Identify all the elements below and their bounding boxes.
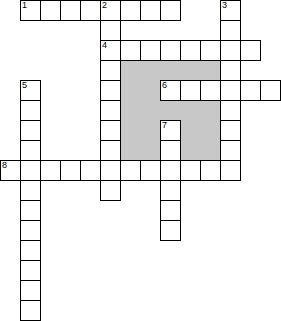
shaded-block (120, 80, 141, 101)
grid-cell[interactable] (20, 180, 41, 201)
shaded-block (180, 120, 201, 141)
grid-cell[interactable] (160, 180, 181, 201)
grid-cell[interactable] (120, 160, 141, 181)
grid-cell[interactable] (100, 120, 121, 141)
grid-cell[interactable] (240, 80, 261, 101)
shaded-block (140, 80, 161, 101)
grid-cell[interactable] (100, 100, 121, 121)
grid-cell[interactable] (180, 80, 201, 101)
grid-cell[interactable] (20, 260, 41, 281)
grid-cell[interactable] (80, 160, 101, 181)
grid-cell[interactable] (120, 0, 141, 21)
shaded-block (120, 120, 141, 141)
grid-cell[interactable] (40, 160, 61, 181)
grid-cell[interactable] (260, 80, 281, 101)
grid-cell[interactable] (120, 40, 141, 61)
shaded-block (180, 140, 201, 161)
grid-cell[interactable] (60, 160, 81, 181)
grid-cell[interactable] (220, 60, 241, 81)
grid-cell[interactable] (100, 20, 121, 41)
grid-cell[interactable] (220, 20, 241, 41)
grid-cell[interactable] (100, 60, 121, 81)
grid-cell[interactable] (140, 160, 161, 181)
grid-cell[interactable] (20, 120, 41, 141)
crossword-grid: 12345678 (0, 0, 281, 321)
grid-cell[interactable] (20, 100, 41, 121)
clue-number: 4 (102, 41, 107, 50)
grid-cell[interactable] (20, 240, 41, 261)
grid-cell[interactable] (220, 160, 241, 181)
grid-cell[interactable] (220, 100, 241, 121)
grid-cell[interactable] (20, 140, 41, 161)
grid-cell[interactable] (20, 220, 41, 241)
grid-cell[interactable] (160, 160, 181, 181)
clue-number: 7 (162, 121, 167, 130)
clue-number: 2 (102, 1, 107, 10)
shaded-block (200, 60, 221, 81)
grid-cell[interactable] (200, 160, 221, 181)
shaded-block (120, 100, 141, 121)
grid-cell[interactable] (200, 40, 221, 61)
grid-cell[interactable] (220, 40, 241, 61)
grid-cell[interactable] (160, 200, 181, 221)
grid-cell[interactable] (180, 40, 201, 61)
grid-cell[interactable] (60, 0, 81, 21)
shaded-block (120, 140, 141, 161)
clue-number: 5 (22, 81, 27, 90)
grid-cell[interactable] (100, 140, 121, 161)
grid-cell[interactable] (160, 140, 181, 161)
shaded-block (140, 100, 161, 121)
shaded-block (160, 60, 181, 81)
grid-cell[interactable] (100, 80, 121, 101)
grid-cell[interactable] (200, 80, 221, 101)
clue-number: 8 (2, 161, 7, 170)
grid-cell[interactable] (140, 0, 161, 21)
grid-cell[interactable] (160, 220, 181, 241)
grid-cell[interactable] (180, 160, 201, 181)
grid-cell[interactable] (240, 40, 261, 61)
grid-cell[interactable] (100, 180, 121, 201)
grid-cell[interactable] (20, 160, 41, 181)
shaded-block (200, 100, 221, 121)
shaded-block (140, 140, 161, 161)
grid-cell[interactable] (40, 0, 61, 21)
shaded-block (200, 120, 221, 141)
shaded-block (200, 140, 221, 161)
shaded-block (140, 60, 161, 81)
shaded-block (180, 60, 201, 81)
clue-number: 1 (22, 1, 27, 10)
grid-cell[interactable] (80, 0, 101, 21)
grid-cell[interactable] (20, 300, 41, 321)
grid-cell[interactable] (220, 80, 241, 101)
grid-cell[interactable] (100, 160, 121, 181)
grid-cell[interactable] (20, 200, 41, 221)
grid-cell[interactable] (220, 140, 241, 161)
clue-number: 6 (162, 81, 167, 90)
grid-cell[interactable] (20, 280, 41, 301)
shaded-block (160, 100, 181, 121)
grid-cell[interactable] (140, 40, 161, 61)
shaded-block (140, 120, 161, 141)
grid-cell[interactable] (220, 120, 241, 141)
clue-number: 3 (222, 1, 227, 10)
grid-cell[interactable] (160, 0, 181, 21)
shaded-block (180, 100, 201, 121)
grid-cell[interactable] (160, 40, 181, 61)
shaded-block (120, 60, 141, 81)
